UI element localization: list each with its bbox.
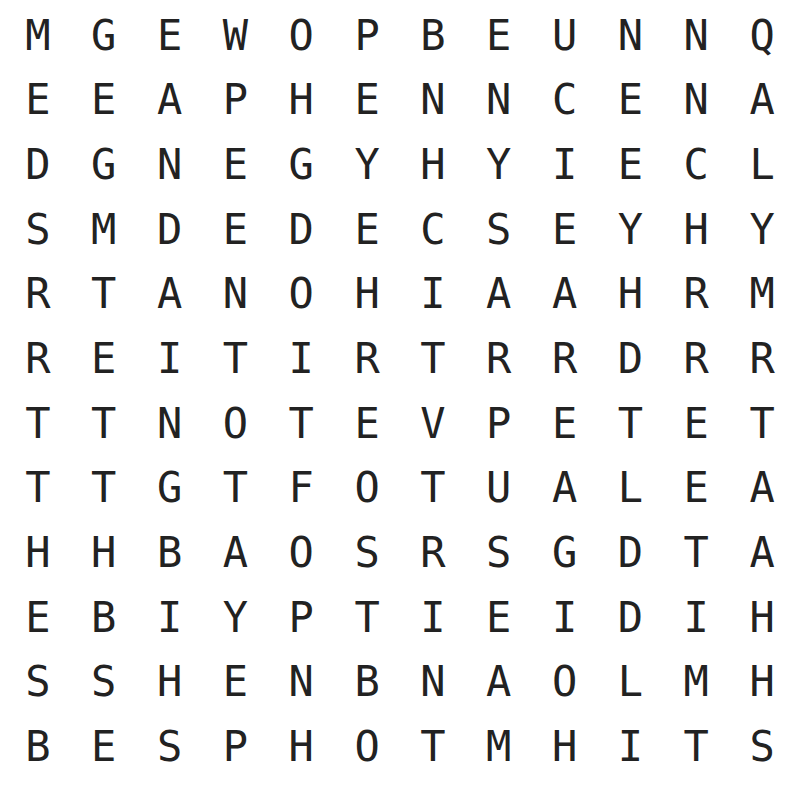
grid-cell-r8c3[interactable]: G: [137, 456, 203, 521]
grid-cell-r1c4[interactable]: W: [203, 3, 269, 68]
grid-cell-r8c11[interactable]: E: [663, 456, 729, 521]
grid-cell-r3c2[interactable]: G: [71, 132, 137, 197]
grid-cell-r12c3[interactable]: S: [137, 714, 203, 779]
grid-cell-r5c7[interactable]: I: [400, 262, 466, 327]
grid-cell-r8c4[interactable]: T: [203, 456, 269, 521]
grid-cell-r11c12[interactable]: H: [729, 650, 795, 715]
grid-cell-r2c7[interactable]: N: [400, 68, 466, 133]
grid-cell-r7c10[interactable]: T: [598, 391, 664, 456]
grid-cell-r6c3[interactable]: I: [137, 326, 203, 391]
grid-cell-r3c3[interactable]: N: [137, 132, 203, 197]
grid-cell-r9c2[interactable]: H: [71, 520, 137, 585]
grid-cell-r2c9[interactable]: C: [532, 68, 598, 133]
grid-cell-r8c8[interactable]: U: [466, 456, 532, 521]
grid-cell-r9c10[interactable]: D: [598, 520, 664, 585]
grid-cell-r2c2[interactable]: E: [71, 68, 137, 133]
grid-cell-r5c3[interactable]: A: [137, 262, 203, 327]
grid-cell-r1c11[interactable]: N: [663, 3, 729, 68]
grid-cell-r10c2[interactable]: B: [71, 585, 137, 650]
grid-cell-r9c3[interactable]: B: [137, 520, 203, 585]
grid-cell-r1c6[interactable]: P: [334, 3, 400, 68]
grid-cell-r9c8[interactable]: S: [466, 520, 532, 585]
grid-cell-r2c10[interactable]: E: [598, 68, 664, 133]
grid-cell-r8c10[interactable]: L: [598, 456, 664, 521]
grid-cell-r12c11[interactable]: T: [663, 714, 729, 779]
grid-cell-r6c5[interactable]: I: [268, 326, 334, 391]
grid-cell-r4c3[interactable]: D: [137, 197, 203, 262]
grid-cell-r11c9[interactable]: O: [532, 650, 598, 715]
grid-cell-r4c6[interactable]: E: [334, 197, 400, 262]
grid-cell-r6c6[interactable]: R: [334, 326, 400, 391]
grid-cell-r11c2[interactable]: S: [71, 650, 137, 715]
grid-cell-r4c9[interactable]: E: [532, 197, 598, 262]
grid-cell-r12c12[interactable]: S: [729, 714, 795, 779]
grid-cell-r3c12[interactable]: L: [729, 132, 795, 197]
grid-cell-r6c9[interactable]: R: [532, 326, 598, 391]
grid-cell-r11c1[interactable]: S: [5, 650, 71, 715]
grid-cell-r11c3[interactable]: H: [137, 650, 203, 715]
grid-cell-r12c8[interactable]: M: [466, 714, 532, 779]
grid-cell-r10c4[interactable]: Y: [203, 585, 269, 650]
grid-cell-r2c11[interactable]: N: [663, 68, 729, 133]
grid-cell-r9c6[interactable]: S: [334, 520, 400, 585]
grid-cell-r3c5[interactable]: G: [268, 132, 334, 197]
grid-cell-r5c6[interactable]: H: [334, 262, 400, 327]
grid-cell-r8c1[interactable]: T: [5, 456, 71, 521]
grid-cell-r1c8[interactable]: E: [466, 3, 532, 68]
grid-cell-r3c4[interactable]: E: [203, 132, 269, 197]
grid-cell-r11c7[interactable]: N: [400, 650, 466, 715]
grid-cell-r4c2[interactable]: M: [71, 197, 137, 262]
grid-cell-r6c12[interactable]: R: [729, 326, 795, 391]
grid-cell-r7c2[interactable]: T: [71, 391, 137, 456]
grid-cell-r4c1[interactable]: S: [5, 197, 71, 262]
grid-cell-r9c7[interactable]: R: [400, 520, 466, 585]
grid-cell-r4c8[interactable]: S: [466, 197, 532, 262]
grid-cell-r10c10[interactable]: D: [598, 585, 664, 650]
grid-cell-r4c12[interactable]: Y: [729, 197, 795, 262]
grid-cell-r9c12[interactable]: A: [729, 520, 795, 585]
grid-cell-r7c7[interactable]: V: [400, 391, 466, 456]
word-search-board: MGEWOPBEUNNQEEAPHENNCENADGNEGYHYIECLSMDE…: [5, 3, 795, 779]
grid-cell-r3c1[interactable]: D: [5, 132, 71, 197]
grid-cell-r9c4[interactable]: A: [203, 520, 269, 585]
grid-cell-r6c11[interactable]: R: [663, 326, 729, 391]
grid-cell-r12c1[interactable]: B: [5, 714, 71, 779]
grid-cell-r9c9[interactable]: G: [532, 520, 598, 585]
grid-cell-r8c9[interactable]: A: [532, 456, 598, 521]
grid-cell-r7c5[interactable]: T: [268, 391, 334, 456]
grid-cell-r11c5[interactable]: N: [268, 650, 334, 715]
grid-cell-r7c1[interactable]: T: [5, 391, 71, 456]
grid-cell-r12c5[interactable]: H: [268, 714, 334, 779]
grid-cell-r3c11[interactable]: C: [663, 132, 729, 197]
grid-cell-r7c3[interactable]: N: [137, 391, 203, 456]
grid-cell-r4c4[interactable]: E: [203, 197, 269, 262]
grid-cell-r9c5[interactable]: O: [268, 520, 334, 585]
grid-cell-r7c9[interactable]: E: [532, 391, 598, 456]
grid-cell-r10c8[interactable]: E: [466, 585, 532, 650]
grid-cell-r10c5[interactable]: P: [268, 585, 334, 650]
grid-cell-r1c5[interactable]: O: [268, 3, 334, 68]
grid-cell-r1c1[interactable]: M: [5, 3, 71, 68]
grid-cell-r12c4[interactable]: P: [203, 714, 269, 779]
grid-cell-r2c4[interactable]: P: [203, 68, 269, 133]
grid-cell-r9c1[interactable]: H: [5, 520, 71, 585]
grid-cell-r7c12[interactable]: T: [729, 391, 795, 456]
grid-cell-r2c3[interactable]: A: [137, 68, 203, 133]
grid-cell-r5c8[interactable]: A: [466, 262, 532, 327]
grid-cell-r7c8[interactable]: P: [466, 391, 532, 456]
grid-cell-r5c11[interactable]: R: [663, 262, 729, 327]
grid-cell-r5c1[interactable]: R: [5, 262, 71, 327]
grid-cell-r6c2[interactable]: E: [71, 326, 137, 391]
grid-cell-r5c10[interactable]: H: [598, 262, 664, 327]
grid-cell-r5c2[interactable]: T: [71, 262, 137, 327]
grid-cell-r7c4[interactable]: O: [203, 391, 269, 456]
grid-cell-r6c4[interactable]: T: [203, 326, 269, 391]
grid-cell-r6c1[interactable]: R: [5, 326, 71, 391]
grid-cell-r4c7[interactable]: C: [400, 197, 466, 262]
grid-cell-r11c11[interactable]: M: [663, 650, 729, 715]
grid-cell-r1c3[interactable]: E: [137, 3, 203, 68]
grid-cell-r3c9[interactable]: I: [532, 132, 598, 197]
grid-cell-r10c6[interactable]: T: [334, 585, 400, 650]
grid-cell-r11c4[interactable]: E: [203, 650, 269, 715]
grid-cell-r10c7[interactable]: I: [400, 585, 466, 650]
grid-cell-r6c10[interactable]: D: [598, 326, 664, 391]
grid-cell-r11c10[interactable]: L: [598, 650, 664, 715]
grid-cell-r8c2[interactable]: T: [71, 456, 137, 521]
grid-cell-r2c6[interactable]: E: [334, 68, 400, 133]
grid-cell-r12c7[interactable]: T: [400, 714, 466, 779]
grid-cell-r11c8[interactable]: A: [466, 650, 532, 715]
grid-cell-r10c1[interactable]: E: [5, 585, 71, 650]
grid-cell-r5c12[interactable]: M: [729, 262, 795, 327]
grid-cell-r12c2[interactable]: E: [71, 714, 137, 779]
grid-cell-r10c9[interactable]: I: [532, 585, 598, 650]
grid-cell-r12c9[interactable]: H: [532, 714, 598, 779]
grid-cell-r10c12[interactable]: H: [729, 585, 795, 650]
grid-cell-r1c12[interactable]: Q: [729, 3, 795, 68]
grid-cell-r12c6[interactable]: O: [334, 714, 400, 779]
grid-cell-r2c5[interactable]: H: [268, 68, 334, 133]
grid-cell-r1c2[interactable]: G: [71, 3, 137, 68]
grid-cell-r2c8[interactable]: N: [466, 68, 532, 133]
grid-cell-r1c10[interactable]: N: [598, 3, 664, 68]
grid-cell-r3c10[interactable]: E: [598, 132, 664, 197]
grid-cell-r5c4[interactable]: N: [203, 262, 269, 327]
grid-cell-r6c7[interactable]: T: [400, 326, 466, 391]
grid-cell-r8c5[interactable]: F: [268, 456, 334, 521]
grid-cell-r1c7[interactable]: B: [400, 3, 466, 68]
grid-cell-r8c12[interactable]: A: [729, 456, 795, 521]
grid-cell-r8c6[interactable]: O: [334, 456, 400, 521]
grid-cell-r8c7[interactable]: T: [400, 456, 466, 521]
grid-cell-r12c10[interactable]: I: [598, 714, 664, 779]
grid-cell-r4c11[interactable]: H: [663, 197, 729, 262]
grid-cell-r9c11[interactable]: T: [663, 520, 729, 585]
grid-cell-r3c8[interactable]: Y: [466, 132, 532, 197]
grid-cell-r1c9[interactable]: U: [532, 3, 598, 68]
grid-cell-r4c5[interactable]: D: [268, 197, 334, 262]
grid-cell-r3c6[interactable]: Y: [334, 132, 400, 197]
grid-cell-r10c11[interactable]: I: [663, 585, 729, 650]
grid-cell-r7c6[interactable]: E: [334, 391, 400, 456]
grid-cell-r4c10[interactable]: Y: [598, 197, 664, 262]
grid-cell-r5c5[interactable]: O: [268, 262, 334, 327]
grid-cell-r5c9[interactable]: A: [532, 262, 598, 327]
grid-cell-r10c3[interactable]: I: [137, 585, 203, 650]
grid-cell-r2c12[interactable]: A: [729, 68, 795, 133]
grid-cell-r11c6[interactable]: B: [334, 650, 400, 715]
grid-cell-r7c11[interactable]: E: [663, 391, 729, 456]
grid-cell-r2c1[interactable]: E: [5, 68, 71, 133]
grid-cell-r3c7[interactable]: H: [400, 132, 466, 197]
grid-cell-r6c8[interactable]: R: [466, 326, 532, 391]
